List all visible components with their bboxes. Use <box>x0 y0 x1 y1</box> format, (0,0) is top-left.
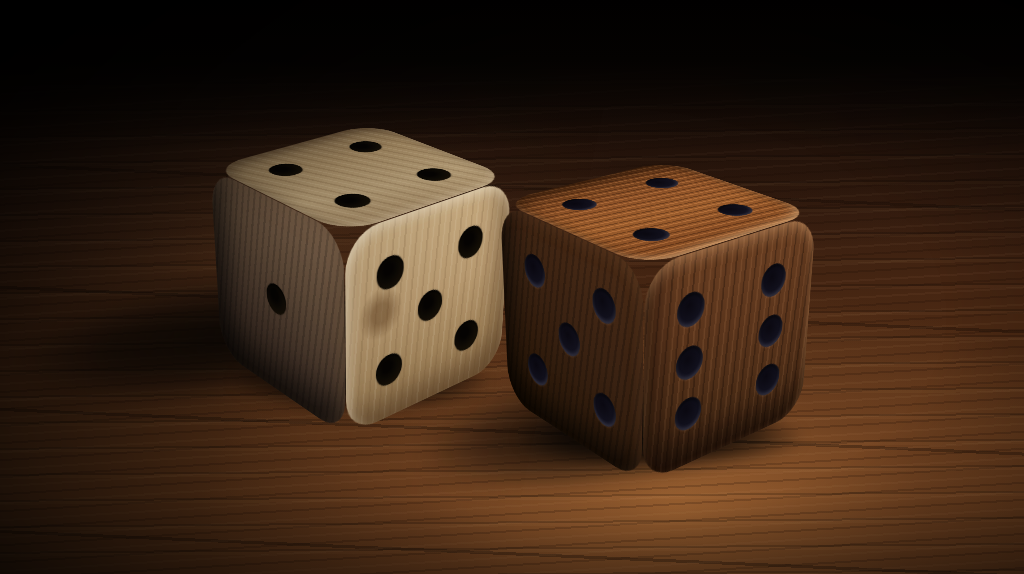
pip <box>344 139 387 154</box>
dark-background-wall <box>0 0 1024 150</box>
left-die-cube <box>273 149 437 391</box>
pip <box>674 393 701 435</box>
pip <box>556 197 604 213</box>
pip <box>266 279 287 320</box>
left-die <box>257 166 462 371</box>
pip <box>328 191 377 210</box>
pip <box>593 388 615 432</box>
pip <box>761 260 787 301</box>
pip <box>263 162 309 179</box>
pip <box>377 252 404 293</box>
pip <box>411 166 457 183</box>
pip <box>458 222 483 261</box>
pip <box>592 283 615 328</box>
pip <box>417 286 442 326</box>
pip <box>528 349 548 390</box>
pip <box>524 250 545 292</box>
pip <box>758 311 784 351</box>
pip <box>454 317 478 355</box>
pip <box>677 288 705 331</box>
pip <box>755 360 780 400</box>
right-die-cube <box>567 186 736 438</box>
pip <box>626 226 677 244</box>
pip <box>376 350 402 390</box>
pip <box>639 176 684 190</box>
pip <box>558 318 580 361</box>
pip <box>676 341 704 384</box>
dice-photo-scene <box>0 0 1024 574</box>
pip <box>711 202 760 218</box>
right-die <box>548 202 763 417</box>
